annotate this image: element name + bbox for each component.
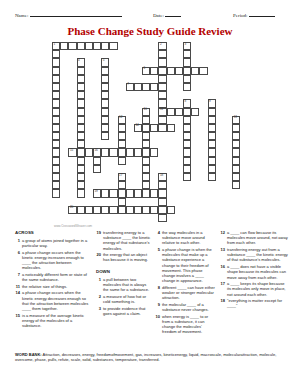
grid-cell[interactable] bbox=[158, 75, 166, 83]
grid-cell[interactable] bbox=[77, 83, 85, 91]
grid-cell[interactable] bbox=[134, 206, 142, 214]
grid-cell[interactable] bbox=[208, 173, 216, 181]
clue-number: 1 bbox=[54, 43, 56, 46]
clue-item: 6a phase change occurs when the kinetic … bbox=[15, 250, 91, 271]
grid-cell[interactable] bbox=[183, 58, 191, 66]
grid-cell[interactable] bbox=[142, 189, 150, 197]
clue-item-number: 16 bbox=[220, 264, 227, 280]
grid-cell[interactable] bbox=[93, 206, 101, 214]
grid-cell[interactable] bbox=[142, 140, 150, 148]
grid-cell[interactable] bbox=[175, 67, 183, 75]
grid-cell[interactable] bbox=[52, 108, 60, 116]
grid-cell[interactable] bbox=[85, 42, 93, 50]
clue-item-number: 12 bbox=[220, 230, 227, 246]
across-clues-part1: 1a group of atoms joined together in a p… bbox=[15, 238, 91, 329]
clue-item-number: 8 bbox=[155, 285, 162, 301]
grid-cell[interactable] bbox=[183, 83, 191, 91]
clue-number: 15 bbox=[70, 149, 73, 152]
grid-cell[interactable] bbox=[183, 108, 191, 116]
grid-cell[interactable] bbox=[52, 91, 60, 99]
clue-item: 7a noticeably different form or state of… bbox=[15, 272, 91, 282]
grid-cell[interactable] bbox=[232, 165, 240, 173]
grid-cell[interactable] bbox=[191, 67, 199, 75]
clue-item: 5a phase change is when the molecules th… bbox=[155, 247, 215, 283]
clue-item: 2a measure of how hot or cold something … bbox=[96, 294, 152, 304]
grid-cell[interactable] bbox=[208, 132, 216, 140]
grid-cell[interactable] bbox=[101, 75, 109, 83]
clue-item-text: a ____ can flow because its molecules mo… bbox=[227, 230, 288, 246]
grid-cell[interactable]: 15 bbox=[68, 148, 76, 156]
clue-number: 5 bbox=[103, 59, 105, 62]
grid-cell[interactable] bbox=[191, 108, 199, 116]
clue-item-number: 15 bbox=[15, 313, 22, 329]
grid-cell[interactable] bbox=[208, 108, 216, 116]
clue-item: 17a ____ keeps its shape because its mol… bbox=[220, 281, 288, 297]
grid-cell[interactable] bbox=[101, 206, 109, 214]
grid-cell[interactable] bbox=[167, 108, 175, 116]
clue-number: 16 bbox=[94, 149, 97, 152]
grid-cell[interactable] bbox=[208, 165, 216, 173]
grid-cell[interactable] bbox=[142, 181, 150, 189]
clue-item: 8different ____ can have either weaker o… bbox=[155, 285, 215, 301]
grid-cell[interactable] bbox=[52, 132, 60, 140]
grid-cell[interactable] bbox=[77, 206, 85, 214]
clue-column-2: 19transferring energy to a substance ___… bbox=[96, 230, 152, 318]
clue-item-number: 6 bbox=[15, 250, 22, 271]
clue-number: 13 bbox=[234, 116, 237, 119]
across-header: ACROSS bbox=[15, 230, 91, 236]
grid-cell[interactable] bbox=[158, 189, 166, 197]
clue-item-number: 17 bbox=[220, 281, 227, 297]
word-bank-label: WORD BANK: bbox=[15, 352, 42, 357]
clue-item-text: the molecular ____ of a substance never … bbox=[162, 302, 215, 312]
across-clues-part2: 19transferring energy to a substance ___… bbox=[96, 230, 152, 263]
grid-cell[interactable] bbox=[232, 124, 240, 132]
clue-item-number: 10 bbox=[155, 314, 162, 335]
clue-item-number: 1 bbox=[15, 238, 22, 248]
clue-item-number: 18 bbox=[220, 298, 227, 308]
clue-item-text: a phase change occurs when the kinetic e… bbox=[22, 290, 91, 311]
clue-item: 13transferring energy out from a substan… bbox=[220, 247, 288, 263]
grid-cell[interactable] bbox=[150, 206, 158, 214]
clue-item-number: 4 bbox=[155, 230, 162, 246]
grid-cell[interactable] bbox=[142, 148, 150, 156]
grid-cell[interactable] bbox=[199, 67, 207, 75]
grid-cell[interactable] bbox=[158, 206, 166, 214]
clue-item-number: 19 bbox=[96, 230, 103, 251]
grid-cell[interactable] bbox=[126, 148, 134, 156]
grid-cell[interactable]: 10 bbox=[142, 108, 150, 116]
grid-cell[interactable] bbox=[118, 124, 126, 132]
grid-cell[interactable]: 9 bbox=[208, 99, 216, 107]
clue-item-text: a pull between two molecules that is alw… bbox=[103, 277, 152, 293]
grid-cell[interactable]: 8 bbox=[183, 99, 191, 107]
clue-number: 19 bbox=[94, 190, 97, 193]
clue-item: 18"everything is matter except for ____" bbox=[220, 298, 288, 308]
name-blank-line bbox=[30, 11, 122, 17]
grid-cell[interactable]: 7 bbox=[126, 83, 134, 91]
period-field: Period: bbox=[233, 11, 275, 18]
grid-cell[interactable] bbox=[183, 173, 191, 181]
grid-cell[interactable] bbox=[158, 50, 166, 58]
grid-cell[interactable] bbox=[101, 108, 109, 116]
clue-item: 4the way molecules in a substance move a… bbox=[155, 230, 215, 246]
clue-item: 11the relative size of things. bbox=[15, 284, 91, 289]
grid-cell[interactable] bbox=[208, 157, 216, 165]
grid-cell[interactable] bbox=[77, 173, 85, 181]
clue-item-text: a phase change is when the molecules tha… bbox=[162, 247, 215, 283]
period-label: Period: bbox=[233, 13, 247, 18]
grid-cell[interactable] bbox=[85, 206, 93, 214]
word-bank: WORD BANK: Attraction, decreases, energy… bbox=[15, 352, 287, 363]
grid-cell[interactable] bbox=[183, 75, 191, 83]
grid-cell[interactable] bbox=[142, 165, 150, 173]
grid-cell[interactable] bbox=[118, 148, 126, 156]
clue-item-text: transferring energy out from a substance… bbox=[227, 247, 288, 263]
grid-cell[interactable] bbox=[208, 148, 216, 156]
grid-cell[interactable] bbox=[126, 189, 134, 197]
grid-cell[interactable] bbox=[158, 91, 166, 99]
clue-number: 6 bbox=[144, 67, 146, 70]
grid-cell[interactable] bbox=[77, 67, 85, 75]
grid-cell[interactable] bbox=[150, 148, 158, 156]
clue-item-text: transferring energy to a substance ____ … bbox=[103, 230, 152, 251]
grid-cell[interactable] bbox=[158, 124, 166, 132]
grid-cell[interactable] bbox=[93, 157, 101, 165]
clue-number: 9 bbox=[209, 100, 211, 103]
grid-cell[interactable] bbox=[77, 132, 85, 140]
grid-cell[interactable] bbox=[52, 67, 60, 75]
grid-cell[interactable] bbox=[109, 189, 117, 197]
grid-cell[interactable] bbox=[101, 42, 109, 50]
grid-cell[interactable] bbox=[52, 50, 60, 58]
grid-cell[interactable] bbox=[52, 58, 60, 66]
grid-cell[interactable] bbox=[118, 157, 126, 165]
clue-item-text: the relative size of things. bbox=[22, 284, 91, 289]
clue-item-number: 3 bbox=[96, 306, 103, 316]
grid-cell[interactable] bbox=[232, 157, 240, 165]
grid-cell[interactable] bbox=[52, 75, 60, 83]
grid-cell[interactable] bbox=[85, 148, 93, 156]
grid-cell[interactable] bbox=[77, 157, 85, 165]
clue-item-number: 2 bbox=[96, 294, 103, 304]
clue-item-text: a phase change occurs when the kinetic e… bbox=[22, 250, 91, 271]
grid-cell[interactable] bbox=[77, 181, 85, 189]
grid-cell[interactable] bbox=[150, 83, 158, 91]
grid-cell[interactable]: 17 bbox=[118, 173, 126, 181]
worksheet-page: Name: Date: Period: Phase Change Study G… bbox=[0, 0, 300, 388]
grid-cell[interactable] bbox=[52, 124, 60, 132]
grid-cell[interactable] bbox=[134, 189, 142, 197]
grid-cell[interactable]: 16 bbox=[93, 148, 101, 156]
grid-cell[interactable] bbox=[183, 148, 191, 156]
clue-column-3: 4the way molecules in a substance move a… bbox=[155, 230, 215, 336]
clue-item-text: a measure of how hot or cold something i… bbox=[103, 294, 152, 304]
grid-cell[interactable] bbox=[52, 165, 60, 173]
generator-credit: www.CrosswordWeaver.com bbox=[54, 224, 92, 228]
grid-cell[interactable] bbox=[77, 75, 85, 83]
grid-cell[interactable] bbox=[134, 148, 142, 156]
clue-item-number: 20 bbox=[96, 252, 103, 262]
grid-cell[interactable] bbox=[142, 83, 150, 91]
grid-cell[interactable] bbox=[208, 124, 216, 132]
page-title: Phase Change Study Guide Review bbox=[0, 25, 300, 37]
clue-item-text: to provide evidence that goes against a … bbox=[103, 306, 152, 316]
clue-item-text: different ____ can have either weaker or… bbox=[162, 285, 215, 301]
grid-cell[interactable] bbox=[52, 140, 60, 148]
grid-cell[interactable] bbox=[142, 132, 150, 140]
name-label: Name: bbox=[15, 13, 28, 18]
grid-cell[interactable]: 2 bbox=[158, 42, 166, 50]
clue-item-text: is a measure of the average kinetic ener… bbox=[22, 313, 91, 329]
grid-cell[interactable] bbox=[232, 132, 240, 140]
grid-cell[interactable] bbox=[52, 181, 60, 189]
grid-cell[interactable] bbox=[183, 50, 191, 58]
grid-cell[interactable] bbox=[101, 124, 109, 132]
grid-cell[interactable] bbox=[158, 67, 166, 75]
down-clues-part2: 4the way molecules in a substance move a… bbox=[155, 230, 215, 335]
grid-cell[interactable]: 14 bbox=[134, 124, 142, 132]
grid-cell[interactable]: 3 bbox=[183, 42, 191, 50]
grid-cell[interactable] bbox=[52, 99, 60, 107]
grid-cell[interactable] bbox=[183, 67, 191, 75]
clue-number: 11 bbox=[160, 108, 163, 111]
grid-cell[interactable] bbox=[232, 148, 240, 156]
grid-cell[interactable] bbox=[126, 206, 134, 214]
grid-cell[interactable]: 4 bbox=[77, 58, 85, 66]
clue-item-number: 14 bbox=[15, 290, 22, 311]
clue-item-number: 5 bbox=[155, 247, 162, 283]
grid-cell[interactable] bbox=[167, 124, 175, 132]
grid-cell[interactable] bbox=[118, 198, 126, 206]
clue-item: 3to provide evidence that goes against a… bbox=[96, 306, 152, 316]
grid-cell[interactable]: 20 bbox=[68, 206, 76, 214]
date-field: Date: bbox=[153, 11, 181, 18]
clue-column-4: 12a ____ can flow because its molecules … bbox=[220, 230, 288, 310]
grid-cell[interactable] bbox=[52, 189, 60, 197]
clue-item: 9the molecular ____ of a substance never… bbox=[155, 302, 215, 312]
date-blank-line bbox=[165, 11, 181, 17]
grid-cell[interactable] bbox=[150, 189, 158, 197]
clue-item: 1a group of atoms joined together in a p… bbox=[15, 238, 91, 248]
clue-number: 18 bbox=[160, 174, 163, 177]
grid-cell[interactable] bbox=[60, 42, 68, 50]
grid-cell[interactable] bbox=[208, 140, 216, 148]
grid-cell[interactable]: 12 bbox=[118, 116, 126, 124]
grid-cell[interactable] bbox=[101, 148, 109, 156]
grid-cell[interactable] bbox=[109, 42, 117, 50]
grid-cell[interactable]: 13 bbox=[232, 116, 240, 124]
grid-cell[interactable] bbox=[183, 140, 191, 148]
grid-cell[interactable] bbox=[183, 157, 191, 165]
clue-number: 14 bbox=[135, 124, 138, 127]
clue-item: 1a pull between two molecules that is al… bbox=[96, 277, 152, 293]
clue-number: 3 bbox=[185, 43, 187, 46]
clue-item-text: a ____ does not have a visible shape bec… bbox=[227, 264, 288, 280]
grid-cell[interactable] bbox=[183, 124, 191, 132]
clue-number: 7 bbox=[127, 83, 129, 86]
clue-item-number: 13 bbox=[220, 247, 227, 263]
clue-item: 10when energy is ____ to or from a subst… bbox=[155, 314, 215, 335]
grid-cell[interactable] bbox=[77, 189, 85, 197]
clue-item: 15is a measure of the average kinetic en… bbox=[15, 313, 91, 329]
grid-cell[interactable] bbox=[101, 91, 109, 99]
grid-cell[interactable] bbox=[68, 42, 76, 50]
clue-item-number: 7 bbox=[15, 272, 22, 282]
grid-cell[interactable] bbox=[77, 99, 85, 107]
grid-cell[interactable] bbox=[109, 206, 117, 214]
grid-cell[interactable] bbox=[134, 83, 142, 91]
grid-cell[interactable] bbox=[118, 206, 126, 214]
grid-cell[interactable] bbox=[142, 116, 150, 124]
clue-item-number: 1 bbox=[96, 277, 103, 293]
grid-cell[interactable]: 5 bbox=[101, 58, 109, 66]
clue-item: 20the energy that an object has because … bbox=[96, 252, 152, 262]
grid-cell[interactable] bbox=[52, 148, 60, 156]
grid-cell[interactable] bbox=[118, 181, 126, 189]
crossword-grid: 1234567891011121314151617181920 bbox=[52, 42, 240, 222]
clue-item: 19transferring energy to a substance ___… bbox=[96, 230, 152, 251]
period-blank-line bbox=[249, 11, 275, 17]
clue-number: 8 bbox=[185, 100, 187, 103]
grid-cell[interactable] bbox=[142, 124, 150, 132]
grid-cell[interactable]: 11 bbox=[158, 108, 166, 116]
clue-item-number: 11 bbox=[15, 284, 22, 289]
clue-number: 20 bbox=[70, 206, 73, 209]
grid-cell[interactable] bbox=[158, 83, 166, 91]
grid-cell[interactable] bbox=[183, 132, 191, 140]
clue-item-text: the energy that an object has because it… bbox=[103, 252, 152, 262]
grid-cell[interactable]: 18 bbox=[158, 173, 166, 181]
grid-cell[interactable] bbox=[77, 42, 85, 50]
clue-number: 10 bbox=[144, 108, 147, 111]
grid-cell[interactable] bbox=[142, 173, 150, 181]
clue-item-text: a noticeably different form or state of … bbox=[22, 272, 91, 282]
clue-item: 12a ____ can flow because its molecules … bbox=[220, 230, 288, 246]
clue-item-text: when energy is ____ to or from a substan… bbox=[162, 314, 215, 335]
date-label: Date: bbox=[153, 13, 164, 18]
grid-cell[interactable] bbox=[183, 165, 191, 173]
grid-cell[interactable] bbox=[77, 116, 85, 124]
clue-item-text: a ____ keeps its shape because its molec… bbox=[227, 281, 288, 297]
grid-cell[interactable] bbox=[77, 140, 85, 148]
clue-number: 12 bbox=[119, 116, 122, 119]
grid-cell[interactable] bbox=[167, 67, 175, 75]
clue-number: 2 bbox=[160, 43, 162, 46]
grid-cell[interactable]: 6 bbox=[142, 67, 150, 75]
grid-cell[interactable] bbox=[77, 91, 85, 99]
grid-cell[interactable] bbox=[208, 116, 216, 124]
grid-cell[interactable] bbox=[183, 116, 191, 124]
grid-cell[interactable] bbox=[158, 58, 166, 66]
word-bank-words: Attraction, decreases, energy, freedomof… bbox=[15, 352, 276, 362]
clue-item: 16a ____ does not have a visible shape b… bbox=[220, 264, 288, 280]
grid-cell[interactable] bbox=[118, 132, 126, 140]
grid-cell[interactable] bbox=[101, 116, 109, 124]
grid-cell[interactable] bbox=[109, 148, 117, 156]
clue-item: 14a phase change occurs when the kinetic… bbox=[15, 290, 91, 311]
grid-cell[interactable] bbox=[158, 181, 166, 189]
down-header: DOWN bbox=[96, 269, 152, 275]
clue-number: 17 bbox=[119, 174, 122, 177]
grid-cell[interactable] bbox=[101, 83, 109, 91]
grid-cell[interactable] bbox=[118, 189, 126, 197]
grid-cell[interactable] bbox=[158, 116, 166, 124]
name-field: Name: bbox=[15, 11, 122, 18]
grid-cell[interactable] bbox=[77, 148, 85, 156]
clue-item-text: a group of atoms joined together in a pa… bbox=[22, 238, 91, 248]
down-clues-part3: 12a ____ can flow because its molecules … bbox=[220, 230, 288, 309]
grid-cell[interactable]: 1 bbox=[52, 42, 60, 50]
grid-cell[interactable] bbox=[158, 214, 166, 222]
grid-cell[interactable] bbox=[232, 181, 240, 189]
grid-cell[interactable] bbox=[93, 42, 101, 50]
grid-cell[interactable] bbox=[150, 67, 158, 75]
grid-cell[interactable] bbox=[167, 206, 175, 214]
worksheet-header: Name: Date: Period: bbox=[15, 11, 287, 18]
grid-cell[interactable] bbox=[77, 165, 85, 173]
grid-cell[interactable] bbox=[77, 108, 85, 116]
grid-cell[interactable] bbox=[93, 165, 101, 173]
grid-cell[interactable] bbox=[158, 198, 166, 206]
grid-cell[interactable] bbox=[101, 99, 109, 107]
grid-cell[interactable] bbox=[142, 157, 150, 165]
grid-cell[interactable] bbox=[101, 132, 109, 140]
down-clues-part1: 1a pull between two molecules that is al… bbox=[96, 277, 152, 316]
grid-cell[interactable] bbox=[118, 140, 126, 148]
grid-cell[interactable] bbox=[52, 157, 60, 165]
grid-cell[interactable] bbox=[101, 189, 109, 197]
grid-cell[interactable] bbox=[52, 173, 60, 181]
grid-cell[interactable]: 19 bbox=[93, 189, 101, 197]
clue-number: 4 bbox=[78, 59, 80, 62]
clue-column-1: ACROSS 1a group of atoms joined together… bbox=[15, 230, 91, 330]
clue-item-text: the way molecules in a substance move ar… bbox=[162, 230, 215, 246]
clue-item-text: "everything is matter except for ____" bbox=[227, 298, 288, 308]
grid-cell[interactable] bbox=[232, 140, 240, 148]
grid-cell[interactable] bbox=[52, 116, 60, 124]
grid-cell[interactable] bbox=[77, 124, 85, 132]
grid-cell[interactable] bbox=[52, 83, 60, 91]
grid-cell[interactable] bbox=[101, 67, 109, 75]
grid-cell[interactable] bbox=[150, 124, 158, 132]
grid-cell[interactable] bbox=[232, 173, 240, 181]
grid-cell[interactable] bbox=[175, 108, 183, 116]
grid-cell[interactable] bbox=[142, 206, 150, 214]
clue-item-number: 9 bbox=[155, 302, 162, 312]
